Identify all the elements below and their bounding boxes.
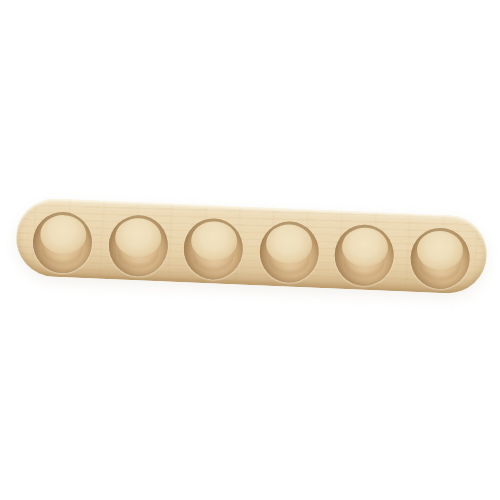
pit-5[interactable] bbox=[334, 224, 396, 287]
pit-dome-highlight bbox=[115, 217, 163, 258]
mancala-board bbox=[15, 197, 489, 295]
pit-dome-highlight bbox=[341, 227, 389, 268]
pit-6[interactable] bbox=[409, 227, 471, 290]
pit-2[interactable] bbox=[107, 214, 169, 277]
pit-3[interactable] bbox=[183, 217, 245, 280]
canvas bbox=[0, 0, 500, 500]
pit-dome-highlight bbox=[190, 221, 238, 262]
pit-dome-highlight bbox=[39, 214, 87, 255]
pit-grid bbox=[15, 197, 489, 295]
pit-dome-highlight bbox=[266, 224, 314, 265]
pit-4[interactable] bbox=[258, 220, 320, 283]
pit-1[interactable] bbox=[32, 211, 94, 274]
pit-dome-highlight bbox=[416, 230, 464, 271]
